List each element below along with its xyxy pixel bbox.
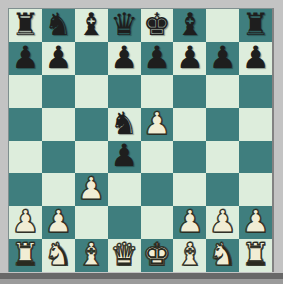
white-pawn[interactable]: ♟ bbox=[77, 173, 105, 204]
black-pawn[interactable]: ♟ bbox=[143, 42, 171, 73]
black-pawn[interactable]: ♟ bbox=[176, 42, 204, 73]
square-a3[interactable] bbox=[9, 173, 42, 206]
square-g5[interactable] bbox=[206, 108, 239, 141]
square-b6[interactable] bbox=[42, 75, 75, 108]
square-f4[interactable] bbox=[173, 141, 206, 174]
square-e6[interactable] bbox=[141, 75, 174, 108]
square-e7[interactable]: ♟ bbox=[141, 42, 174, 75]
black-bishop[interactable]: ♝ bbox=[176, 9, 204, 40]
square-e1[interactable]: ♚ bbox=[141, 239, 174, 272]
white-knight[interactable]: ♞ bbox=[44, 239, 72, 270]
white-queen[interactable]: ♛ bbox=[110, 239, 138, 270]
white-pawn[interactable]: ♟ bbox=[143, 108, 171, 139]
square-d3[interactable] bbox=[108, 173, 141, 206]
black-pawn[interactable]: ♟ bbox=[44, 42, 72, 73]
square-h8[interactable]: ♜ bbox=[239, 9, 272, 42]
square-d1[interactable]: ♛ bbox=[108, 239, 141, 272]
square-g4[interactable] bbox=[206, 141, 239, 174]
black-knight[interactable]: ♞ bbox=[110, 108, 138, 139]
square-c5[interactable] bbox=[75, 108, 108, 141]
square-c2[interactable] bbox=[75, 206, 108, 239]
square-d5[interactable]: ♞ bbox=[108, 108, 141, 141]
square-a1[interactable]: ♜ bbox=[9, 239, 42, 272]
square-g1[interactable]: ♞ bbox=[206, 239, 239, 272]
white-pawn[interactable]: ♟ bbox=[12, 206, 40, 237]
square-d8[interactable]: ♛ bbox=[108, 9, 141, 42]
square-b5[interactable] bbox=[42, 108, 75, 141]
square-g7[interactable]: ♟ bbox=[206, 42, 239, 75]
square-c7[interactable] bbox=[75, 42, 108, 75]
black-pawn[interactable]: ♟ bbox=[209, 42, 237, 73]
black-bishop[interactable]: ♝ bbox=[77, 9, 105, 40]
square-b7[interactable]: ♟ bbox=[42, 42, 75, 75]
square-e2[interactable] bbox=[141, 206, 174, 239]
square-d6[interactable] bbox=[108, 75, 141, 108]
square-b2[interactable]: ♟ bbox=[42, 206, 75, 239]
square-f6[interactable] bbox=[173, 75, 206, 108]
black-pawn[interactable]: ♟ bbox=[242, 42, 270, 73]
square-h3[interactable] bbox=[239, 173, 272, 206]
frame-bottom-edge bbox=[0, 279, 283, 284]
square-d2[interactable] bbox=[108, 206, 141, 239]
square-a2[interactable]: ♟ bbox=[9, 206, 42, 239]
square-e8[interactable]: ♚ bbox=[141, 9, 174, 42]
chess-diagram-panel: ♜♞♝♛♚♝♜♟♟♟♟♟♟♟♞♟♟♟♟♟♟♟♟♜♞♝♛♚♝♞♜ bbox=[0, 0, 283, 284]
square-b3[interactable] bbox=[42, 173, 75, 206]
white-rook[interactable]: ♜ bbox=[12, 239, 40, 270]
square-h4[interactable] bbox=[239, 141, 272, 174]
white-king[interactable]: ♚ bbox=[143, 239, 171, 270]
white-pawn[interactable]: ♟ bbox=[242, 206, 270, 237]
black-rook[interactable]: ♜ bbox=[242, 9, 270, 40]
square-h1[interactable]: ♜ bbox=[239, 239, 272, 272]
black-king[interactable]: ♚ bbox=[143, 9, 171, 40]
square-a8[interactable]: ♜ bbox=[9, 9, 42, 42]
black-knight[interactable]: ♞ bbox=[44, 9, 72, 40]
white-pawn[interactable]: ♟ bbox=[44, 206, 72, 237]
white-pawn[interactable]: ♟ bbox=[176, 206, 204, 237]
square-h7[interactable]: ♟ bbox=[239, 42, 272, 75]
square-c3[interactable]: ♟ bbox=[75, 173, 108, 206]
square-h2[interactable]: ♟ bbox=[239, 206, 272, 239]
white-rook[interactable]: ♜ bbox=[242, 239, 270, 270]
white-knight[interactable]: ♞ bbox=[209, 239, 237, 270]
black-rook[interactable]: ♜ bbox=[12, 9, 40, 40]
square-g8[interactable] bbox=[206, 9, 239, 42]
black-queen[interactable]: ♛ bbox=[110, 9, 138, 40]
square-g2[interactable]: ♟ bbox=[206, 206, 239, 239]
square-f7[interactable]: ♟ bbox=[173, 42, 206, 75]
square-h6[interactable] bbox=[239, 75, 272, 108]
square-f1[interactable]: ♝ bbox=[173, 239, 206, 272]
square-e3[interactable] bbox=[141, 173, 174, 206]
square-f2[interactable]: ♟ bbox=[173, 206, 206, 239]
square-g6[interactable] bbox=[206, 75, 239, 108]
square-e4[interactable] bbox=[141, 141, 174, 174]
white-pawn[interactable]: ♟ bbox=[209, 206, 237, 237]
square-f5[interactable] bbox=[173, 108, 206, 141]
square-e5[interactable]: ♟ bbox=[141, 108, 174, 141]
black-pawn[interactable]: ♟ bbox=[110, 42, 138, 73]
square-h5[interactable] bbox=[239, 108, 272, 141]
square-c1[interactable]: ♝ bbox=[75, 239, 108, 272]
square-a6[interactable] bbox=[9, 75, 42, 108]
square-d7[interactable]: ♟ bbox=[108, 42, 141, 75]
black-pawn[interactable]: ♟ bbox=[110, 141, 138, 172]
square-a7[interactable]: ♟ bbox=[9, 42, 42, 75]
square-b1[interactable]: ♞ bbox=[42, 239, 75, 272]
chess-board: ♜♞♝♛♚♝♜♟♟♟♟♟♟♟♞♟♟♟♟♟♟♟♟♜♞♝♛♚♝♞♜ bbox=[8, 8, 274, 272]
white-bishop[interactable]: ♝ bbox=[77, 239, 105, 270]
square-c4[interactable] bbox=[75, 141, 108, 174]
square-f3[interactable] bbox=[173, 173, 206, 206]
square-f8[interactable]: ♝ bbox=[173, 9, 206, 42]
white-bishop[interactable]: ♝ bbox=[176, 239, 204, 270]
square-a5[interactable] bbox=[9, 108, 42, 141]
square-c8[interactable]: ♝ bbox=[75, 9, 108, 42]
square-g3[interactable] bbox=[206, 173, 239, 206]
square-c6[interactable] bbox=[75, 75, 108, 108]
square-b8[interactable]: ♞ bbox=[42, 9, 75, 42]
square-a4[interactable] bbox=[9, 141, 42, 174]
black-pawn[interactable]: ♟ bbox=[12, 42, 40, 73]
square-b4[interactable] bbox=[42, 141, 75, 174]
square-d4[interactable]: ♟ bbox=[108, 141, 141, 174]
